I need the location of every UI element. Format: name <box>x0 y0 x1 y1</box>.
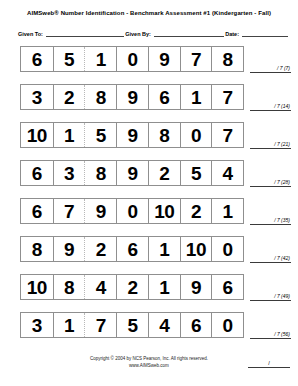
number-cell: 0 <box>211 313 243 337</box>
given-to-field: Given To: <box>18 29 124 37</box>
number-cell: 0 <box>116 47 148 71</box>
number-row: 6389254/ 7 (28) <box>20 160 298 186</box>
row-score-blank: / 7 (21) <box>250 141 291 149</box>
number-cell: 0 <box>180 123 212 147</box>
number-cell: 8 <box>84 85 116 109</box>
number-cell: 4 <box>148 313 180 337</box>
number-cell: 8 <box>84 161 116 185</box>
number-cell: 1 <box>148 275 180 299</box>
row-score-blank: / 7 (35) <box>250 217 291 225</box>
number-cell: 1 <box>211 199 243 223</box>
number-rows-container: 6510978/ 7 (7)3289617/ 7 (14)10159807/ 7… <box>20 46 298 338</box>
number-cell: 9 <box>116 85 148 109</box>
total-score-slash: / <box>268 360 270 366</box>
given-to-blank <box>46 29 124 37</box>
number-row-box: 67901021 <box>20 198 244 224</box>
number-cell: 8 <box>21 237 53 261</box>
row-score-blank: / 7 (49) <box>250 293 291 301</box>
number-cell: 5 <box>84 123 116 147</box>
row-score-blank: / 7 (14) <box>250 103 291 111</box>
number-cell: 1 <box>84 47 116 71</box>
number-row-box: 3175460 <box>20 312 244 338</box>
number-row-box: 89261100 <box>20 236 244 262</box>
number-row-box: 3289617 <box>20 84 244 110</box>
number-row: 10159807/ 7 (21) <box>20 122 298 148</box>
page-title: AIMSweb® Number Identification - Benchma… <box>0 0 298 16</box>
number-cell: 7 <box>84 313 116 337</box>
number-cell: 5 <box>180 161 212 185</box>
number-cell: 5 <box>116 313 148 337</box>
header-fields: Given To: Given By: Date: <box>18 29 288 37</box>
number-cell: 10 <box>21 275 53 299</box>
given-by-blank <box>154 29 224 37</box>
given-by-field: Given By: <box>125 29 224 37</box>
number-cell: 6 <box>116 237 148 261</box>
number-cell: 9 <box>53 237 85 261</box>
number-cell: 6 <box>21 199 53 223</box>
number-cell: 7 <box>211 85 243 109</box>
number-cell: 8 <box>211 47 243 71</box>
number-cell: 5 <box>53 47 85 71</box>
number-row: 89261100/ 7 (42) <box>20 236 298 262</box>
number-cell: 3 <box>21 85 53 109</box>
row-score-blank: / 7 (42) <box>250 255 291 263</box>
date-field: Date: <box>225 29 288 37</box>
number-cell: 9 <box>84 199 116 223</box>
number-cell: 0 <box>116 199 148 223</box>
number-cell: 1 <box>148 237 180 261</box>
number-cell: 7 <box>211 123 243 147</box>
number-cell: 0 <box>211 237 243 261</box>
number-cell: 6 <box>21 161 53 185</box>
number-cell: 7 <box>53 199 85 223</box>
number-cell: 3 <box>53 161 85 185</box>
number-row: 67901021/ 7 (35) <box>20 198 298 224</box>
row-score-blank: / 7 (28) <box>250 179 291 187</box>
number-cell: 3 <box>21 313 53 337</box>
number-row-box: 10842196 <box>20 274 244 300</box>
number-row: 6510978/ 7 (7) <box>20 46 298 72</box>
number-cell: 2 <box>116 275 148 299</box>
row-score-blank: / 7 (7) <box>250 65 291 73</box>
number-cell: 8 <box>53 275 85 299</box>
number-cell: 1 <box>53 313 85 337</box>
date-label: Date: <box>225 31 239 37</box>
number-cell: 6 <box>211 275 243 299</box>
number-cell: 10 <box>21 123 53 147</box>
number-row-box: 6510978 <box>20 46 244 72</box>
date-blank <box>242 29 288 37</box>
number-cell: 9 <box>116 123 148 147</box>
number-cell: 2 <box>148 161 180 185</box>
number-cell: 10 <box>148 199 180 223</box>
number-cell: 2 <box>180 199 212 223</box>
number-cell: 6 <box>180 313 212 337</box>
number-cell: 4 <box>84 275 116 299</box>
number-cell: 9 <box>116 161 148 185</box>
number-cell: 2 <box>84 237 116 261</box>
number-cell: 6 <box>148 85 180 109</box>
number-cell: 1 <box>53 123 85 147</box>
number-cell: 9 <box>148 47 180 71</box>
number-row-box: 10159807 <box>20 122 244 148</box>
number-row-box: 6389254 <box>20 160 244 186</box>
number-cell: 9 <box>180 275 212 299</box>
number-cell: 7 <box>180 47 212 71</box>
number-cell: 8 <box>148 123 180 147</box>
number-cell: 2 <box>53 85 85 109</box>
given-by-label: Given By: <box>125 31 151 37</box>
number-row: 10842196/ 7 (49) <box>20 274 298 300</box>
number-row: 3289617/ 7 (14) <box>20 84 298 110</box>
total-score-blank: / <box>248 360 290 368</box>
number-cell: 4 <box>211 161 243 185</box>
number-cell: 10 <box>180 237 212 261</box>
number-cell: 1 <box>180 85 212 109</box>
number-cell: 6 <box>21 47 53 71</box>
row-score-blank: / 7 (56) <box>250 331 291 339</box>
given-to-label: Given To: <box>18 31 43 37</box>
number-row: 3175460/ 7 (56) <box>20 312 298 338</box>
